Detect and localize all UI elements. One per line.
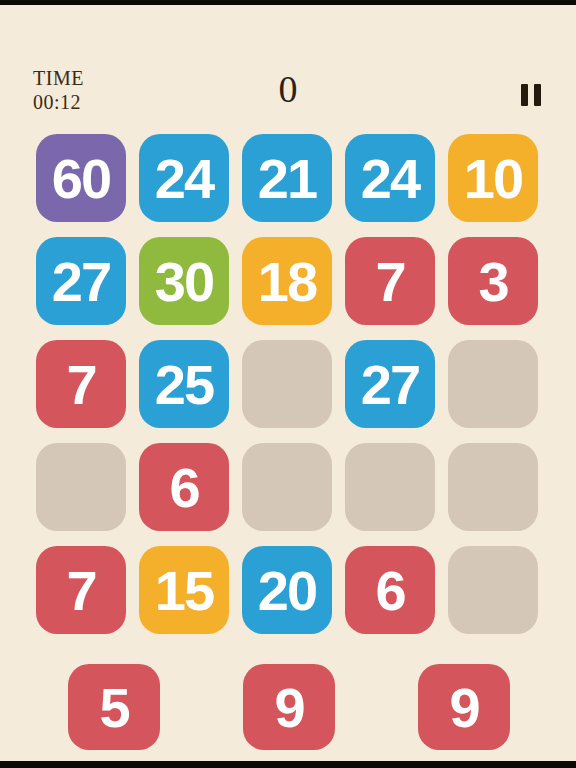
board-tile[interactable]: 25 [139,340,229,428]
pause-button[interactable] [521,84,541,106]
board-tile[interactable]: 7 [36,340,126,428]
letterbox-top-bar [0,0,576,5]
board-tile[interactable]: 27 [345,340,435,428]
board-tile[interactable]: 24 [345,134,435,222]
board-tile[interactable]: 7 [345,237,435,325]
board-tile[interactable]: 18 [242,237,332,325]
tray-tile[interactable]: 9 [243,664,335,750]
board-tile[interactable]: 6 [345,546,435,634]
pause-icon [534,84,541,106]
tile-tray: 599 [0,664,576,750]
pause-icon [521,84,528,106]
board-tile[interactable]: 20 [242,546,332,634]
board-tile[interactable]: 3 [448,237,538,325]
board-empty-cell [242,340,332,428]
board-empty-cell [448,546,538,634]
board-empty-cell [36,443,126,531]
board-tile[interactable]: 21 [242,134,332,222]
board-tile[interactable]: 30 [139,237,229,325]
letterbox-bottom-bar [0,761,576,768]
game-header: TIME 00:12 0 [0,0,576,130]
board-grid: 602421241027301873725276715206 [36,134,538,634]
board-tile[interactable]: 10 [448,134,538,222]
board-tile[interactable]: 24 [139,134,229,222]
board-tile[interactable]: 27 [36,237,126,325]
board-tile[interactable]: 60 [36,134,126,222]
board-tile[interactable]: 15 [139,546,229,634]
board-tile[interactable]: 6 [139,443,229,531]
board-empty-cell [448,340,538,428]
board-tile[interactable]: 7 [36,546,126,634]
tray-tile[interactable]: 9 [418,664,510,750]
score-value: 0 [0,70,576,108]
board-empty-cell [448,443,538,531]
tray-tile[interactable]: 5 [68,664,160,750]
board-empty-cell [345,443,435,531]
board-empty-cell [242,443,332,531]
